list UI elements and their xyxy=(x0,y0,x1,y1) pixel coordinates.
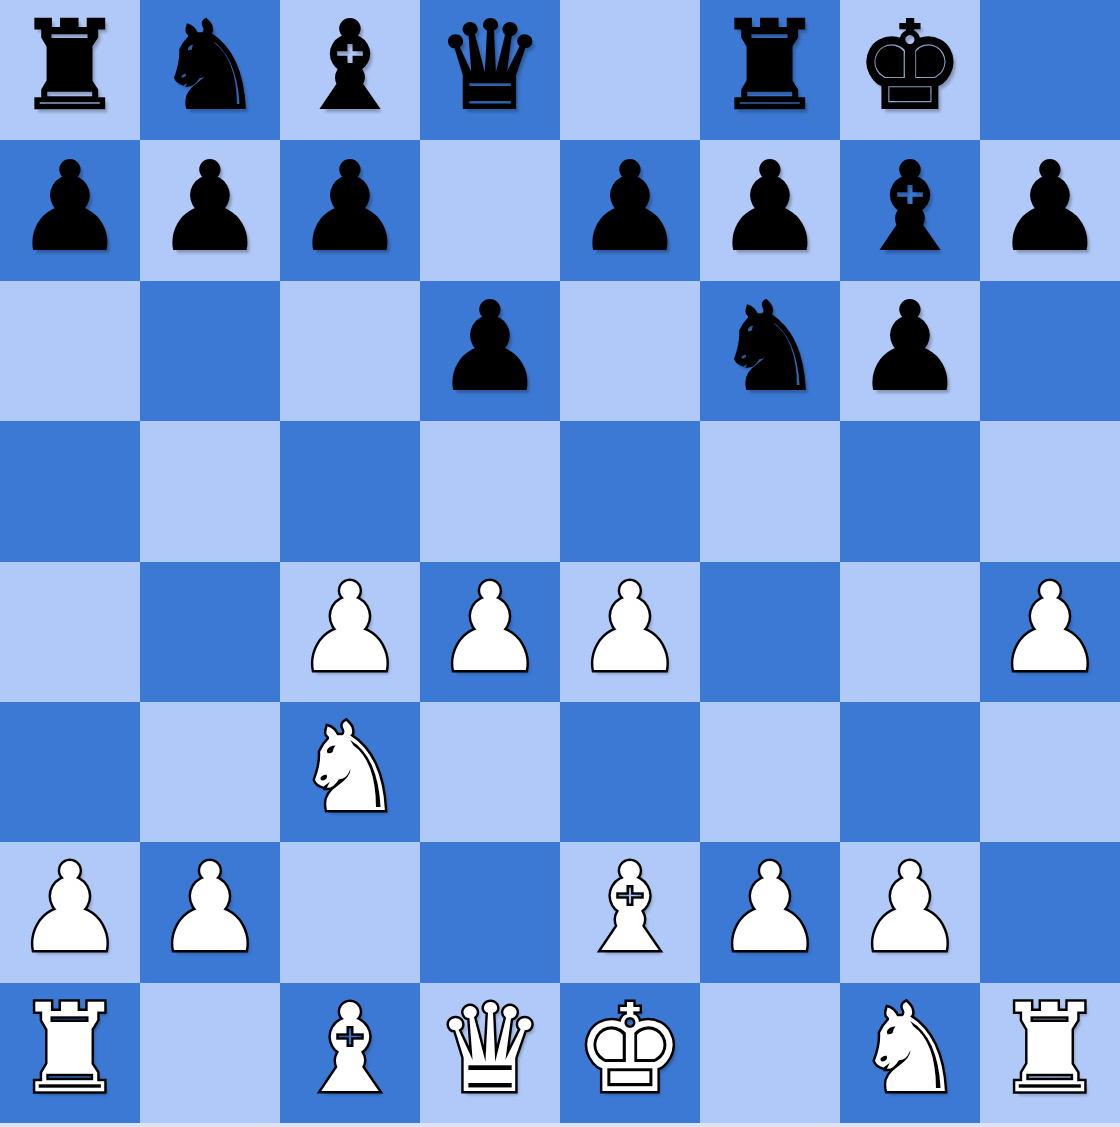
square-b2[interactable]: ♟ xyxy=(140,842,280,982)
white-pawn[interactable]: ♟ xyxy=(995,567,1104,689)
square-b6[interactable] xyxy=(140,281,280,421)
square-c4[interactable]: ♟ xyxy=(280,562,420,702)
square-b5[interactable] xyxy=(140,421,280,561)
white-pawn[interactable]: ♟ xyxy=(575,567,684,689)
square-h3[interactable] xyxy=(980,702,1120,842)
square-d2[interactable] xyxy=(420,842,560,982)
page-background-strip xyxy=(0,1123,1120,1127)
black-pawn[interactable]: ♟ xyxy=(435,286,544,408)
white-queen[interactable]: ♛ xyxy=(435,988,544,1110)
white-rook[interactable]: ♜ xyxy=(15,988,124,1110)
board-area: ♜♞♝♛♜♚♟♟♟♟♟♝♟♟♞♟♟♟♟♟♞♟♟♝♟♟♜♝♛♚♞♜ xyxy=(0,0,1120,1127)
square-e7[interactable]: ♟ xyxy=(560,140,700,280)
square-g6[interactable]: ♟ xyxy=(840,281,980,421)
square-g2[interactable]: ♟ xyxy=(840,842,980,982)
square-e4[interactable]: ♟ xyxy=(560,562,700,702)
square-e3[interactable] xyxy=(560,702,700,842)
square-f1[interactable] xyxy=(700,983,840,1123)
square-c2[interactable] xyxy=(280,842,420,982)
square-c3[interactable]: ♞ xyxy=(280,702,420,842)
square-b1[interactable] xyxy=(140,983,280,1123)
black-pawn[interactable]: ♟ xyxy=(995,146,1104,268)
square-g5[interactable] xyxy=(840,421,980,561)
square-d1[interactable]: ♛ xyxy=(420,983,560,1123)
square-h5[interactable] xyxy=(980,421,1120,561)
black-rook[interactable]: ♜ xyxy=(715,5,824,127)
black-pawn[interactable]: ♟ xyxy=(715,146,824,268)
square-e8[interactable] xyxy=(560,0,700,140)
white-pawn[interactable]: ♟ xyxy=(155,847,264,969)
white-king[interactable]: ♚ xyxy=(575,988,684,1110)
square-a1[interactable]: ♜ xyxy=(0,983,140,1123)
square-b3[interactable] xyxy=(140,702,280,842)
square-c5[interactable] xyxy=(280,421,420,561)
square-c1[interactable]: ♝ xyxy=(280,983,420,1123)
black-pawn[interactable]: ♟ xyxy=(855,286,964,408)
black-bishop[interactable]: ♝ xyxy=(855,146,964,268)
white-bishop[interactable]: ♝ xyxy=(295,988,404,1110)
square-e5[interactable] xyxy=(560,421,700,561)
white-pawn[interactable]: ♟ xyxy=(715,847,824,969)
square-h2[interactable] xyxy=(980,842,1120,982)
black-knight[interactable]: ♞ xyxy=(715,286,824,408)
square-g3[interactable] xyxy=(840,702,980,842)
square-g8[interactable]: ♚ xyxy=(840,0,980,140)
square-b8[interactable]: ♞ xyxy=(140,0,280,140)
square-a3[interactable] xyxy=(0,702,140,842)
square-e2[interactable]: ♝ xyxy=(560,842,700,982)
white-pawn[interactable]: ♟ xyxy=(855,847,964,969)
square-h6[interactable] xyxy=(980,281,1120,421)
white-knight[interactable]: ♞ xyxy=(855,988,964,1110)
square-f4[interactable] xyxy=(700,562,840,702)
black-queen[interactable]: ♛ xyxy=(435,5,544,127)
chess-board: ♜♞♝♛♜♚♟♟♟♟♟♝♟♟♞♟♟♟♟♟♞♟♟♝♟♟♜♝♛♚♞♜ xyxy=(0,0,1120,1123)
white-pawn[interactable]: ♟ xyxy=(435,567,544,689)
square-a5[interactable] xyxy=(0,421,140,561)
square-f8[interactable]: ♜ xyxy=(700,0,840,140)
square-d3[interactable] xyxy=(420,702,560,842)
square-a7[interactable]: ♟ xyxy=(0,140,140,280)
square-d6[interactable]: ♟ xyxy=(420,281,560,421)
black-knight[interactable]: ♞ xyxy=(155,5,264,127)
black-pawn[interactable]: ♟ xyxy=(155,146,264,268)
black-pawn[interactable]: ♟ xyxy=(575,146,684,268)
white-rook[interactable]: ♜ xyxy=(995,988,1104,1110)
square-d7[interactable] xyxy=(420,140,560,280)
white-pawn[interactable]: ♟ xyxy=(295,567,404,689)
white-bishop[interactable]: ♝ xyxy=(575,847,684,969)
black-bishop[interactable]: ♝ xyxy=(295,5,404,127)
square-f6[interactable]: ♞ xyxy=(700,281,840,421)
square-b4[interactable] xyxy=(140,562,280,702)
square-g7[interactable]: ♝ xyxy=(840,140,980,280)
square-d8[interactable]: ♛ xyxy=(420,0,560,140)
square-a6[interactable] xyxy=(0,281,140,421)
square-g4[interactable] xyxy=(840,562,980,702)
square-a2[interactable]: ♟ xyxy=(0,842,140,982)
square-a8[interactable]: ♜ xyxy=(0,0,140,140)
white-knight[interactable]: ♞ xyxy=(295,707,404,829)
square-e6[interactable] xyxy=(560,281,700,421)
white-pawn[interactable]: ♟ xyxy=(15,847,124,969)
black-rook[interactable]: ♜ xyxy=(15,5,124,127)
square-c7[interactable]: ♟ xyxy=(280,140,420,280)
square-f3[interactable] xyxy=(700,702,840,842)
square-f5[interactable] xyxy=(700,421,840,561)
square-c8[interactable]: ♝ xyxy=(280,0,420,140)
square-h4[interactable]: ♟ xyxy=(980,562,1120,702)
square-c6[interactable] xyxy=(280,281,420,421)
black-pawn[interactable]: ♟ xyxy=(295,146,404,268)
square-e1[interactable]: ♚ xyxy=(560,983,700,1123)
black-pawn[interactable]: ♟ xyxy=(15,146,124,268)
square-f2[interactable]: ♟ xyxy=(700,842,840,982)
square-b7[interactable]: ♟ xyxy=(140,140,280,280)
square-h7[interactable]: ♟ xyxy=(980,140,1120,280)
square-a4[interactable] xyxy=(0,562,140,702)
square-g1[interactable]: ♞ xyxy=(840,983,980,1123)
square-h8[interactable] xyxy=(980,0,1120,140)
square-h1[interactable]: ♜ xyxy=(980,983,1120,1123)
black-king[interactable]: ♚ xyxy=(855,5,964,127)
square-f7[interactable]: ♟ xyxy=(700,140,840,280)
square-d5[interactable] xyxy=(420,421,560,561)
square-d4[interactable]: ♟ xyxy=(420,562,560,702)
